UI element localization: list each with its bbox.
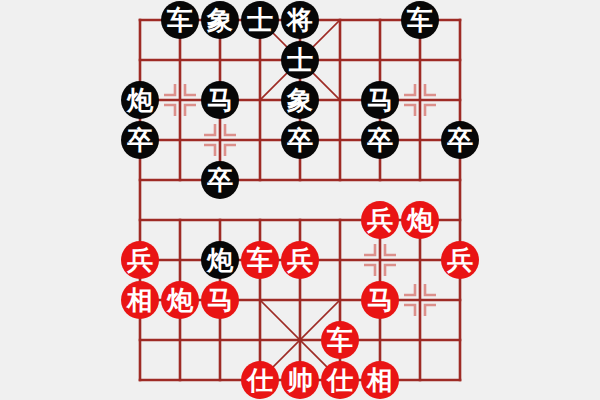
piece-red-advisor[interactable]: 仕 — [321, 361, 359, 399]
piece-black-cannon[interactable]: 炮 — [201, 241, 239, 279]
piece-red-chariot[interactable]: 车 — [241, 241, 279, 279]
piece-black-advisor[interactable]: 士 — [281, 41, 319, 79]
piece-black-soldier[interactable]: 卒 — [361, 121, 399, 159]
piece-red-horse[interactable]: 马 — [361, 281, 399, 319]
piece-black-elephant[interactable]: 象 — [201, 1, 239, 39]
piece-black-soldier[interactable]: 卒 — [201, 161, 239, 199]
xiangqi-screen: 车象士将车士炮马象马卒卒卒卒卒炮兵炮兵车兵兵相炮马马车仕帅仕相 — [0, 0, 600, 400]
board-grid[interactable]: 车象士将车士炮马象马卒卒卒卒卒炮兵炮兵车兵兵相炮马马车仕帅仕相 — [120, 0, 480, 400]
piece-red-horse[interactable]: 马 — [201, 281, 239, 319]
piece-red-soldier[interactable]: 兵 — [281, 241, 319, 279]
piece-red-soldier[interactable]: 兵 — [361, 201, 399, 239]
piece-black-cannon[interactable]: 炮 — [121, 81, 159, 119]
xiangqi-board: 车象士将车士炮马象马卒卒卒卒卒炮兵炮兵车兵兵相炮马马车仕帅仕相 — [120, 0, 480, 400]
piece-black-horse[interactable]: 马 — [361, 81, 399, 119]
piece-black-chariot[interactable]: 车 — [401, 1, 439, 39]
piece-red-soldier[interactable]: 兵 — [441, 241, 479, 279]
piece-red-cannon[interactable]: 炮 — [161, 281, 199, 319]
piece-red-elephant[interactable]: 相 — [121, 281, 159, 319]
piece-red-soldier[interactable]: 兵 — [121, 241, 159, 279]
piece-red-chariot[interactable]: 车 — [321, 321, 359, 359]
piece-red-general[interactable]: 帅 — [281, 361, 319, 399]
piece-black-advisor[interactable]: 士 — [241, 1, 279, 39]
piece-black-soldier[interactable]: 卒 — [281, 121, 319, 159]
piece-red-cannon[interactable]: 炮 — [401, 201, 439, 239]
piece-black-horse[interactable]: 马 — [201, 81, 239, 119]
piece-black-elephant[interactable]: 象 — [281, 81, 319, 119]
piece-black-soldier[interactable]: 卒 — [121, 121, 159, 159]
piece-black-soldier[interactable]: 卒 — [441, 121, 479, 159]
piece-red-advisor[interactable]: 仕 — [241, 361, 279, 399]
piece-black-chariot[interactable]: 车 — [161, 1, 199, 39]
piece-red-elephant[interactable]: 相 — [361, 361, 399, 399]
piece-black-general[interactable]: 将 — [281, 1, 319, 39]
